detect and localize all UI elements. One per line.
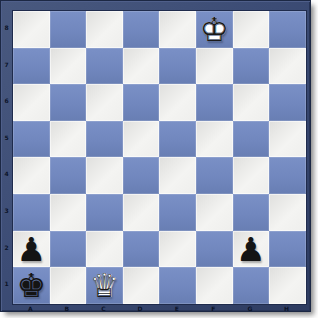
square-e7[interactable] <box>159 48 196 85</box>
square-b2[interactable] <box>50 231 87 268</box>
square-f1[interactable] <box>196 267 233 304</box>
file-label-f: F <box>195 304 232 314</box>
square-h4[interactable] <box>269 157 306 194</box>
white-king-glyph: ♚ <box>196 11 233 48</box>
square-d1[interactable] <box>123 267 160 304</box>
square-f6[interactable] <box>196 84 233 121</box>
square-h2[interactable] <box>269 231 306 268</box>
square-a8[interactable] <box>13 11 50 48</box>
file-label-g: G <box>232 304 269 314</box>
square-h1[interactable] <box>269 267 306 304</box>
square-h6[interactable] <box>269 84 306 121</box>
square-d2[interactable] <box>123 231 160 268</box>
chess-board-frame: 87654321 ABCDEFGH ♚♔♟♟♚♛♕ <box>0 0 311 312</box>
square-d4[interactable] <box>123 157 160 194</box>
square-g3[interactable] <box>233 194 270 231</box>
square-e4[interactable] <box>159 157 196 194</box>
square-a4[interactable] <box>13 157 50 194</box>
black-king-glyph: ♚ <box>13 267 50 304</box>
square-a2[interactable]: ♟ <box>13 231 50 268</box>
black-pawn-glyph: ♟ <box>13 231 50 268</box>
square-f8[interactable]: ♚♔ <box>196 11 233 48</box>
square-c1[interactable]: ♛♕ <box>86 267 123 304</box>
file-label-d: D <box>122 304 159 314</box>
white-king-outline-glyph: ♔ <box>196 11 233 48</box>
square-b6[interactable] <box>50 84 87 121</box>
white-queen-glyph: ♛ <box>86 267 123 304</box>
square-e6[interactable] <box>159 84 196 121</box>
square-f5[interactable] <box>196 121 233 158</box>
file-label-h: H <box>268 304 305 314</box>
square-a5[interactable] <box>13 121 50 158</box>
square-f2[interactable] <box>196 231 233 268</box>
square-b8[interactable] <box>50 11 87 48</box>
piece-black-pawn-g2[interactable]: ♟ <box>233 231 270 268</box>
square-b1[interactable] <box>50 267 87 304</box>
rank-label-1: 1 <box>1 266 12 303</box>
square-a6[interactable] <box>13 84 50 121</box>
piece-white-queen-c1[interactable]: ♛♕ <box>86 267 123 304</box>
square-g6[interactable] <box>233 84 270 121</box>
square-f4[interactable] <box>196 157 233 194</box>
rank-label-8: 8 <box>1 10 12 47</box>
square-a7[interactable] <box>13 48 50 85</box>
piece-black-king-a1[interactable]: ♚ <box>13 267 50 304</box>
piece-white-king-f8[interactable]: ♚♔ <box>196 11 233 48</box>
square-c5[interactable] <box>86 121 123 158</box>
square-c4[interactable] <box>86 157 123 194</box>
square-h5[interactable] <box>269 121 306 158</box>
square-e2[interactable] <box>159 231 196 268</box>
square-e8[interactable] <box>159 11 196 48</box>
square-e5[interactable] <box>159 121 196 158</box>
piece-black-pawn-a2[interactable]: ♟ <box>13 231 50 268</box>
rank-label-6: 6 <box>1 83 12 120</box>
square-h8[interactable] <box>269 11 306 48</box>
square-d8[interactable] <box>123 11 160 48</box>
file-label-c: C <box>85 304 122 314</box>
white-queen-outline-glyph: ♕ <box>86 267 123 304</box>
square-a1[interactable]: ♚ <box>13 267 50 304</box>
rank-label-5: 5 <box>1 120 12 157</box>
square-g7[interactable] <box>233 48 270 85</box>
square-c2[interactable] <box>86 231 123 268</box>
square-g8[interactable] <box>233 11 270 48</box>
square-h7[interactable] <box>269 48 306 85</box>
square-c6[interactable] <box>86 84 123 121</box>
square-c3[interactable] <box>86 194 123 231</box>
square-g5[interactable] <box>233 121 270 158</box>
square-b7[interactable] <box>50 48 87 85</box>
rank-label-3: 3 <box>1 193 12 230</box>
square-f7[interactable] <box>196 48 233 85</box>
rank-label-4: 4 <box>1 156 12 193</box>
file-label-a: A <box>12 304 49 314</box>
rank-label-2: 2 <box>1 230 12 267</box>
square-b5[interactable] <box>50 121 87 158</box>
chess-board: ♚♔♟♟♚♛♕ <box>12 10 307 305</box>
square-d6[interactable] <box>123 84 160 121</box>
square-e1[interactable] <box>159 267 196 304</box>
square-a3[interactable] <box>13 194 50 231</box>
square-f3[interactable] <box>196 194 233 231</box>
square-g1[interactable] <box>233 267 270 304</box>
square-c7[interactable] <box>86 48 123 85</box>
square-d3[interactable] <box>123 194 160 231</box>
file-label-e: E <box>158 304 195 314</box>
square-b3[interactable] <box>50 194 87 231</box>
black-pawn-glyph: ♟ <box>233 231 270 268</box>
square-h3[interactable] <box>269 194 306 231</box>
square-b4[interactable] <box>50 157 87 194</box>
square-e3[interactable] <box>159 194 196 231</box>
square-g2[interactable]: ♟ <box>233 231 270 268</box>
square-c8[interactable] <box>86 11 123 48</box>
rank-label-7: 7 <box>1 47 12 84</box>
square-d5[interactable] <box>123 121 160 158</box>
square-d7[interactable] <box>123 48 160 85</box>
square-g4[interactable] <box>233 157 270 194</box>
file-label-b: B <box>49 304 86 314</box>
